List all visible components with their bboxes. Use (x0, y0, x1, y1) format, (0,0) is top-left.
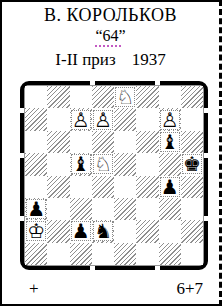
square-f5 (136, 153, 158, 175)
frame-joint (155, 266, 160, 270)
spellcheck-underline (95, 45, 121, 47)
square-g5 (159, 153, 181, 175)
square-d8 (92, 86, 114, 108)
square-b8 (47, 86, 69, 108)
square-d3 (92, 198, 114, 220)
square-h7 (181, 108, 203, 130)
square-f6 (136, 131, 158, 153)
square-e2 (114, 220, 136, 242)
square-g3 (159, 198, 181, 220)
open-quote: “ (95, 27, 102, 44)
square-c4 (70, 176, 92, 198)
square-f1 (136, 243, 158, 265)
square-e8: ♘ (114, 86, 136, 108)
square-f2 (136, 220, 158, 242)
square-e1 (114, 243, 136, 265)
frame-joint (90, 81, 95, 85)
black-bishop-c5: ♝ (71, 154, 91, 174)
square-g6: ♝ (159, 131, 181, 153)
black-knight-d2: ♞ (93, 221, 113, 241)
square-e5 (114, 153, 136, 175)
square-h4 (181, 176, 203, 198)
composer-name: В. КОРОЛЬКОВ (2, 5, 219, 26)
source-line: “64” (2, 27, 219, 45)
stipulation: + (29, 279, 39, 299)
white-pawn-d7: ♙ (93, 110, 113, 130)
award-line: I-II приз1937 (2, 50, 219, 70)
black-pawn-g4: ♟ (160, 177, 180, 197)
diagram-footer: + 6+7 (2, 279, 219, 299)
square-c5: ♝ (70, 153, 92, 175)
white-king-a2: ♔ (26, 221, 46, 241)
square-h3 (181, 198, 203, 220)
square-a4 (25, 176, 47, 198)
white-pawn-g7: ♙ (160, 110, 180, 130)
square-a7 (25, 108, 47, 130)
frame-joint (204, 153, 208, 158)
square-g2 (159, 220, 181, 242)
square-h8 (181, 86, 203, 108)
frame-joint (204, 108, 208, 113)
square-d2: ♞ (92, 220, 114, 242)
white-pawn-c7: ♙ (71, 110, 91, 130)
square-h5: ♚ (181, 153, 203, 175)
award-text: I-II приз (55, 50, 115, 69)
square-g1 (159, 243, 181, 265)
material-count: 6+7 (176, 279, 203, 299)
square-h6 (181, 131, 203, 153)
square-d5: ♘ (92, 153, 114, 175)
square-h1 (181, 243, 203, 265)
white-knight-d5: ♘ (93, 154, 113, 174)
square-b3 (47, 198, 69, 220)
square-b2 (47, 220, 69, 242)
square-d4 (92, 176, 114, 198)
square-a8 (25, 86, 47, 108)
frame-joint (20, 216, 24, 221)
black-bishop-g6: ♝ (160, 132, 180, 152)
chess-board: ♘♙♙♙♝♝♘♚♟♟♔♟♞ (25, 86, 203, 265)
award-year: 1937 (132, 50, 166, 69)
square-f3 (136, 198, 158, 220)
square-f7 (136, 108, 158, 130)
square-f4 (136, 176, 158, 198)
square-d6 (92, 131, 114, 153)
square-e3 (114, 198, 136, 220)
frame-joint (20, 108, 24, 113)
black-pawn-c2: ♟ (71, 221, 91, 241)
chess-board-frame: ♘♙♙♙♝♝♘♚♟♟♔♟♞ (20, 81, 208, 270)
square-g4: ♟ (159, 176, 181, 198)
study-diagram-page: В. КОРОЛЬКОВ “64” I-II приз1937 ♘♙♙♙♝♝♘♚… (0, 0, 222, 306)
square-c6 (70, 131, 92, 153)
square-e4 (114, 176, 136, 198)
square-c2: ♟ (70, 220, 92, 242)
black-pawn-a3: ♟ (26, 199, 46, 219)
square-a3: ♟ (25, 198, 47, 220)
square-d1 (92, 243, 114, 265)
square-f8 (136, 86, 158, 108)
source-name: 64 (103, 27, 119, 44)
square-c3 (70, 198, 92, 220)
square-b5 (47, 153, 69, 175)
square-g8 (159, 86, 181, 108)
square-a2: ♔ (25, 220, 47, 242)
square-b1 (47, 243, 69, 265)
black-king-h5: ♚ (182, 154, 202, 174)
square-b7 (47, 108, 69, 130)
square-a5 (25, 153, 47, 175)
frame-joint (90, 266, 95, 270)
frame-joint (204, 216, 208, 221)
frame-joint (155, 81, 160, 85)
white-knight-e8: ♘ (115, 87, 135, 107)
square-b6 (47, 131, 69, 153)
square-b4 (47, 176, 69, 198)
square-e6 (114, 131, 136, 153)
square-a6 (25, 131, 47, 153)
close-quote: ” (119, 27, 126, 44)
square-h2 (181, 220, 203, 242)
square-a1 (25, 243, 47, 265)
square-e7 (114, 108, 136, 130)
square-c1 (70, 243, 92, 265)
square-d7: ♙ (92, 108, 114, 130)
square-c8 (70, 86, 92, 108)
square-g7: ♙ (159, 108, 181, 130)
frame-joint (20, 153, 24, 158)
square-c7: ♙ (70, 108, 92, 130)
